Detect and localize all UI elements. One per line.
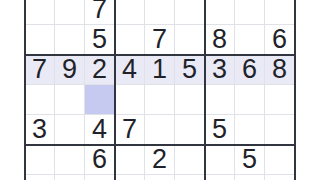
sudoku-screen: 757867924153683475625 bbox=[0, 0, 320, 180]
cell-r7c6[interactable] bbox=[175, 145, 205, 175]
cell-r5c9[interactable] bbox=[265, 85, 295, 115]
cell-r5c3[interactable] bbox=[85, 85, 115, 115]
cell-r6c6[interactable] bbox=[175, 115, 205, 145]
cell-r7c7[interactable] bbox=[205, 145, 235, 175]
cell-r3c7[interactable]: 8 bbox=[205, 25, 235, 55]
thick-line-vertical bbox=[114, 0, 116, 180]
cell-r5c7[interactable] bbox=[205, 85, 235, 115]
cell-r4c2[interactable]: 9 bbox=[55, 55, 85, 85]
cell-r8c3[interactable] bbox=[85, 175, 115, 180]
cell-r6c1[interactable]: 3 bbox=[25, 115, 55, 145]
cell-r4c9[interactable]: 8 bbox=[265, 55, 295, 85]
cell-r7c4[interactable] bbox=[115, 145, 145, 175]
cell-r2c3[interactable]: 7 bbox=[85, 0, 115, 25]
cell-r4c4[interactable]: 4 bbox=[115, 55, 145, 85]
cell-r4c8[interactable]: 6 bbox=[235, 55, 265, 85]
cell-r5c4[interactable] bbox=[115, 85, 145, 115]
thick-line-horizontal bbox=[24, 144, 296, 146]
cell-r8c2[interactable] bbox=[55, 175, 85, 180]
thick-line-horizontal bbox=[24, 54, 296, 56]
cell-r5c2[interactable] bbox=[55, 85, 85, 115]
cell-r6c2[interactable] bbox=[55, 115, 85, 145]
cell-r6c8[interactable] bbox=[235, 115, 265, 145]
cell-r2c7[interactable] bbox=[205, 0, 235, 25]
cell-r7c2[interactable] bbox=[55, 145, 85, 175]
cell-r2c6[interactable] bbox=[175, 0, 205, 25]
cell-r6c9[interactable] bbox=[265, 115, 295, 145]
cell-r8c6[interactable] bbox=[175, 175, 205, 180]
cell-r3c6[interactable] bbox=[175, 25, 205, 55]
sudoku-grid: 757867924153683475625 bbox=[25, 0, 295, 180]
cell-r7c9[interactable] bbox=[265, 145, 295, 175]
cell-r7c5[interactable]: 2 bbox=[145, 145, 175, 175]
cell-r4c5[interactable]: 1 bbox=[145, 55, 175, 85]
cell-r4c7[interactable]: 3 bbox=[205, 55, 235, 85]
cell-r3c1[interactable] bbox=[25, 25, 55, 55]
thick-line-vertical bbox=[294, 0, 296, 180]
cell-r8c1[interactable] bbox=[25, 175, 55, 180]
cell-r2c4[interactable] bbox=[115, 0, 145, 25]
cell-r3c2[interactable] bbox=[55, 25, 85, 55]
cell-r2c9[interactable] bbox=[265, 0, 295, 25]
cell-r5c5[interactable] bbox=[145, 85, 175, 115]
sudoku-board: 757867924153683475625 bbox=[25, 0, 295, 180]
thick-line-vertical bbox=[24, 0, 26, 180]
cell-r4c3[interactable]: 2 bbox=[85, 55, 115, 85]
cell-r4c1[interactable]: 7 bbox=[25, 55, 55, 85]
cell-r6c5[interactable] bbox=[145, 115, 175, 145]
cell-r3c3[interactable]: 5 bbox=[85, 25, 115, 55]
cell-r7c1[interactable] bbox=[25, 145, 55, 175]
thick-line-vertical bbox=[204, 0, 206, 180]
cell-r2c1[interactable] bbox=[25, 0, 55, 25]
cell-r2c2[interactable] bbox=[55, 0, 85, 25]
cell-r6c4[interactable]: 7 bbox=[115, 115, 145, 145]
cell-r5c1[interactable] bbox=[25, 85, 55, 115]
cell-r8c9[interactable] bbox=[265, 175, 295, 180]
cell-r3c8[interactable] bbox=[235, 25, 265, 55]
cell-r3c5[interactable]: 7 bbox=[145, 25, 175, 55]
cell-r7c3[interactable]: 6 bbox=[85, 145, 115, 175]
cell-r8c8[interactable] bbox=[235, 175, 265, 180]
cell-r4c6[interactable]: 5 bbox=[175, 55, 205, 85]
cell-r8c4[interactable] bbox=[115, 175, 145, 180]
cell-r6c3[interactable]: 4 bbox=[85, 115, 115, 145]
cell-r7c8[interactable]: 5 bbox=[235, 145, 265, 175]
cell-r6c7[interactable]: 5 bbox=[205, 115, 235, 145]
cell-r5c6[interactable] bbox=[175, 85, 205, 115]
cell-r3c4[interactable] bbox=[115, 25, 145, 55]
cell-r3c9[interactable]: 6 bbox=[265, 25, 295, 55]
cell-r5c8[interactable] bbox=[235, 85, 265, 115]
cell-r2c5[interactable] bbox=[145, 0, 175, 25]
cell-r8c7[interactable] bbox=[205, 175, 235, 180]
cell-r8c5[interactable] bbox=[145, 175, 175, 180]
cell-r2c8[interactable] bbox=[235, 0, 265, 25]
